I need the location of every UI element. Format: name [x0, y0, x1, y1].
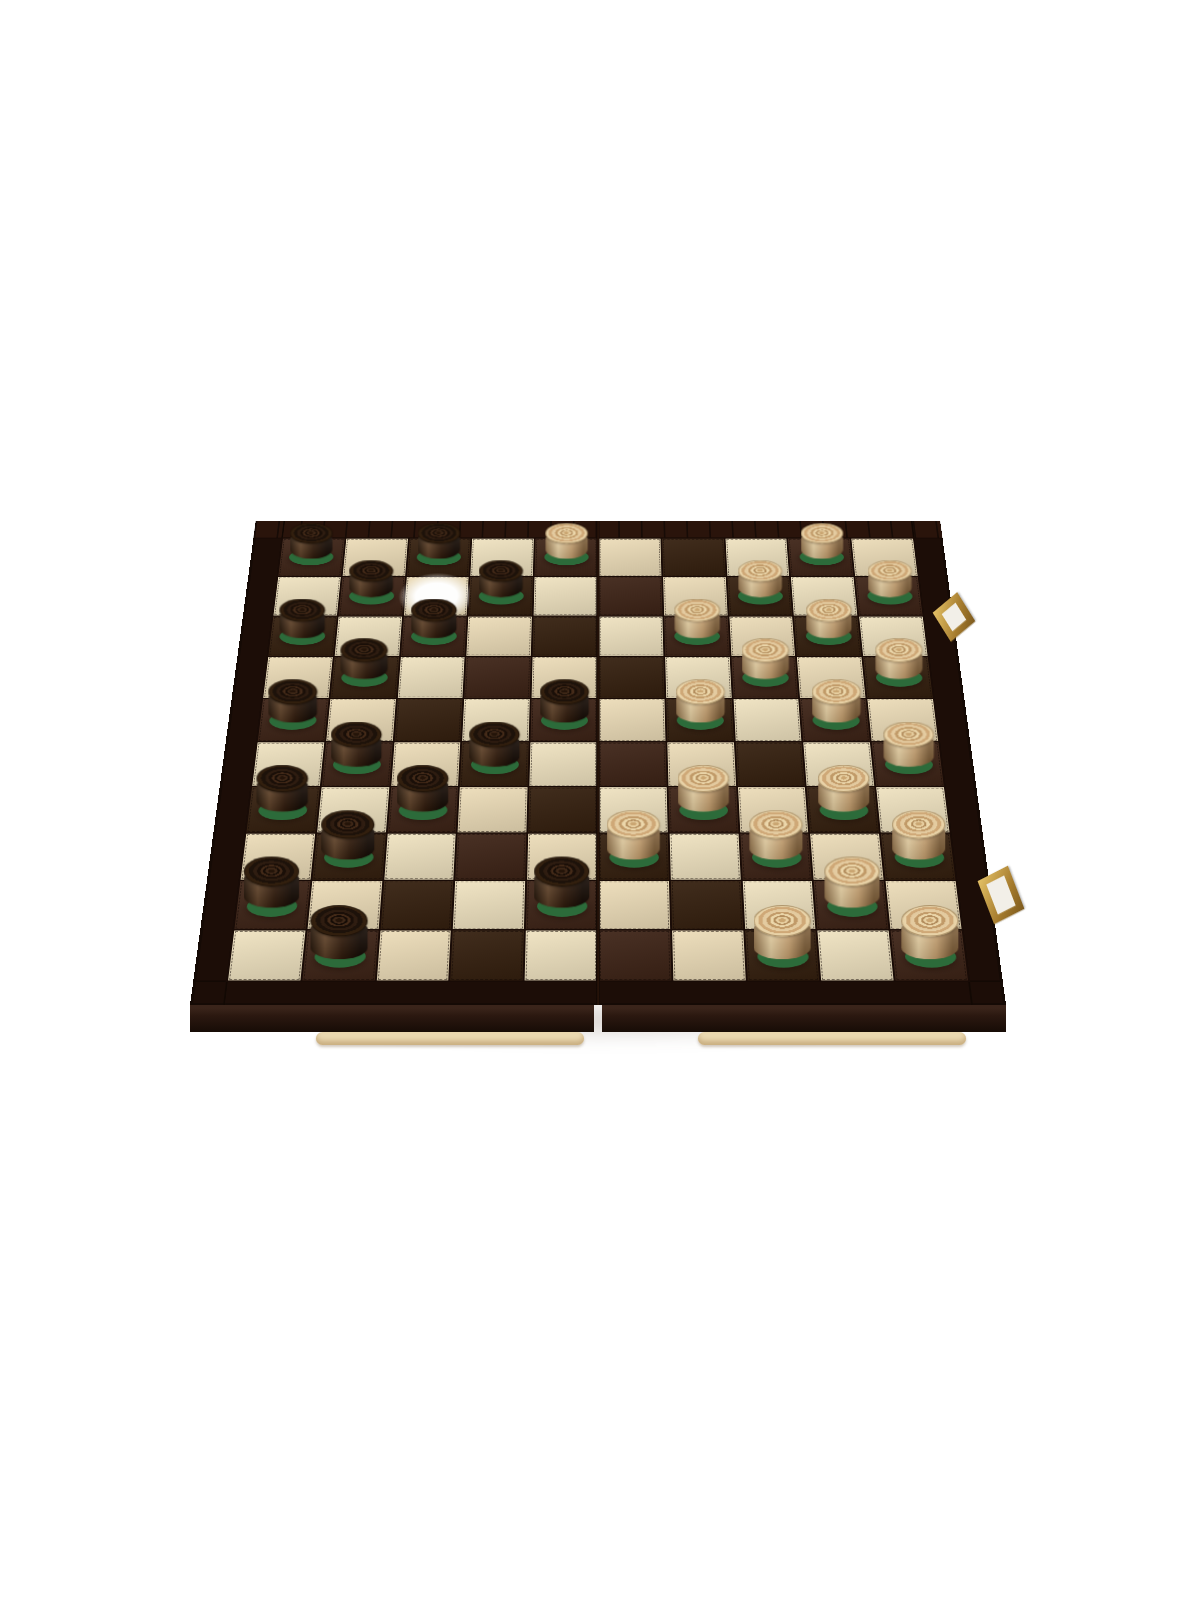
board-cell[interactable]	[804, 742, 875, 786]
board-cell[interactable]	[263, 657, 332, 698]
board-cell[interactable]	[342, 539, 407, 576]
board-cell[interactable]	[794, 616, 861, 656]
board-cell[interactable]	[662, 539, 725, 576]
board-cell[interactable]	[665, 657, 731, 698]
board-cell[interactable]	[530, 742, 598, 786]
board-cell[interactable]	[273, 577, 340, 615]
board-cell[interactable]	[307, 881, 382, 929]
board-cell[interactable]	[599, 657, 664, 698]
board-cell[interactable]	[330, 657, 398, 698]
glare-highlight	[396, 573, 476, 620]
board-cell[interactable]	[599, 931, 671, 981]
board-cell[interactable]	[599, 539, 661, 576]
board-cell[interactable]	[664, 616, 729, 656]
playing-grid	[226, 538, 970, 982]
board-cell[interactable]	[384, 833, 456, 880]
board-cell[interactable]	[599, 616, 663, 656]
board-cell[interactable]	[465, 657, 531, 698]
board-cell[interactable]	[376, 931, 451, 981]
board-cell[interactable]	[252, 742, 324, 786]
board-cell[interactable]	[791, 577, 857, 615]
board-cell[interactable]	[800, 699, 870, 741]
board-cell[interactable]	[246, 787, 319, 832]
board-cell[interactable]	[397, 657, 464, 698]
board-cell[interactable]	[471, 539, 534, 576]
board	[190, 521, 1006, 1005]
board-cell[interactable]	[810, 833, 883, 880]
board-cell[interactable]	[302, 931, 378, 981]
board-cell[interactable]	[738, 787, 809, 832]
board-cell[interactable]	[532, 657, 597, 698]
board-cell[interactable]	[742, 881, 815, 929]
board-cell[interactable]	[278, 539, 344, 576]
board-cell[interactable]	[387, 787, 458, 832]
board-cell[interactable]	[666, 699, 733, 741]
product-photo-page	[0, 0, 1200, 1600]
front-edge-right-half	[602, 1005, 1006, 1032]
board-cell[interactable]	[599, 881, 670, 929]
board-cell[interactable]	[668, 787, 738, 832]
board-cell[interactable]	[326, 699, 396, 741]
board-cell[interactable]	[404, 577, 469, 615]
board-cell[interactable]	[731, 657, 798, 698]
board-cell[interactable]	[462, 699, 529, 741]
board-cell[interactable]	[525, 931, 597, 981]
board-cell[interactable]	[394, 699, 463, 741]
board-cell[interactable]	[526, 881, 597, 929]
board-cell[interactable]	[531, 699, 597, 741]
board-cell[interactable]	[881, 833, 955, 880]
board-cell[interactable]	[859, 616, 927, 656]
board-cell[interactable]	[818, 931, 894, 981]
board-cell[interactable]	[334, 616, 401, 656]
board-cell[interactable]	[533, 616, 597, 656]
board-cell[interactable]	[876, 787, 949, 832]
board-cell[interactable]	[733, 699, 802, 741]
board-cell[interactable]	[401, 616, 467, 656]
board-cell[interactable]	[725, 539, 789, 576]
board-cell[interactable]	[599, 742, 666, 786]
board-cell[interactable]	[599, 699, 665, 741]
board-cell[interactable]	[317, 787, 389, 832]
base-strip-left	[316, 1032, 584, 1045]
board-cell[interactable]	[814, 881, 889, 929]
board-cell[interactable]	[241, 833, 315, 880]
board-cell[interactable]	[852, 539, 918, 576]
board-cell[interactable]	[868, 699, 939, 741]
board-cell[interactable]	[453, 881, 525, 929]
board-cell[interactable]	[458, 787, 528, 832]
board-cell[interactable]	[228, 931, 305, 981]
board-cell[interactable]	[855, 577, 922, 615]
board-cell[interactable]	[740, 833, 812, 880]
perspective-wrapper	[190, 189, 1006, 1005]
board-cell[interactable]	[745, 931, 820, 981]
board-cell[interactable]	[727, 577, 792, 615]
board-cell[interactable]	[729, 616, 795, 656]
board-cell[interactable]	[669, 833, 740, 880]
board-cell[interactable]	[312, 833, 385, 880]
board-cell[interactable]	[534, 577, 597, 615]
base-strip-right	[698, 1032, 966, 1045]
board-cell[interactable]	[797, 657, 865, 698]
board-cell[interactable]	[380, 881, 453, 929]
board-cell[interactable]	[460, 742, 529, 786]
board-cell[interactable]	[407, 539, 471, 576]
front-edge-left-half	[190, 1005, 594, 1032]
board-cell[interactable]	[599, 577, 662, 615]
board-cell[interactable]	[528, 787, 597, 832]
board-cell[interactable]	[599, 787, 668, 832]
board-cell[interactable]	[891, 931, 968, 981]
board-cell[interactable]	[451, 931, 524, 981]
board-cell[interactable]	[599, 833, 669, 880]
board-cell[interactable]	[258, 699, 329, 741]
board-cell[interactable]	[663, 577, 727, 615]
board-cell[interactable]	[467, 616, 532, 656]
board-cell[interactable]	[667, 742, 736, 786]
board-cell[interactable]	[863, 657, 932, 698]
board-cell[interactable]	[456, 833, 527, 880]
board-cell[interactable]	[339, 577, 405, 615]
board-cell[interactable]	[469, 577, 533, 615]
board-cell[interactable]	[234, 881, 310, 929]
board-cell[interactable]	[886, 881, 962, 929]
board-cell[interactable]	[268, 616, 336, 656]
board-cell[interactable]	[671, 881, 743, 929]
board-cell[interactable]	[872, 742, 944, 786]
board-cell[interactable]	[788, 539, 853, 576]
board-cell[interactable]	[535, 539, 597, 576]
board-cell[interactable]	[391, 742, 461, 786]
board-cell[interactable]	[672, 931, 745, 981]
board-cell[interactable]	[735, 742, 805, 786]
board-cell[interactable]	[322, 742, 393, 786]
board-cell[interactable]	[807, 787, 879, 832]
board-cell[interactable]	[527, 833, 597, 880]
